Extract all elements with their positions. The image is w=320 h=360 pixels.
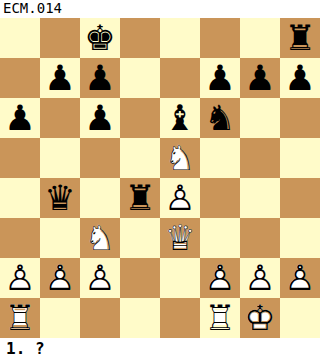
piece-white-pawn[interactable]: ♟♙ (240, 258, 280, 298)
square-d1[interactable] (120, 298, 160, 338)
square-a4[interactable] (0, 178, 40, 218)
square-g5[interactable] (240, 138, 280, 178)
piece-outline: ♙ (200, 258, 240, 298)
piece-white-queen[interactable]: ♛♕ (160, 218, 200, 258)
square-a3[interactable] (0, 218, 40, 258)
square-b6[interactable] (40, 98, 80, 138)
piece-black-bishop[interactable]: ♝ (160, 98, 200, 138)
square-g7[interactable]: ♟ (240, 58, 280, 98)
square-a5[interactable] (0, 138, 40, 178)
square-e4[interactable]: ♟♙ (160, 178, 200, 218)
square-e2[interactable] (160, 258, 200, 298)
square-d4[interactable]: ♜ (120, 178, 160, 218)
piece-outline: ♙ (280, 258, 320, 298)
piece-white-pawn[interactable]: ♟♙ (200, 258, 240, 298)
square-h1[interactable] (280, 298, 320, 338)
square-c2[interactable]: ♟♙ (80, 258, 120, 298)
square-b2[interactable]: ♟♙ (40, 258, 80, 298)
chess-board: ♚♜♟♟♟♟♟♟♟♝♞♞♘♛♜♟♙♞♘♛♕♟♙♟♙♟♙♟♙♟♙♟♙♜♖♜♖♚♔ (0, 18, 320, 338)
square-f4[interactable] (200, 178, 240, 218)
square-g8[interactable] (240, 18, 280, 58)
piece-black-pawn[interactable]: ♟ (200, 58, 240, 98)
square-g3[interactable] (240, 218, 280, 258)
piece-black-knight[interactable]: ♞ (200, 98, 240, 138)
piece-outline: ♖ (0, 298, 40, 338)
piece-white-knight[interactable]: ♞♘ (160, 138, 200, 178)
square-e8[interactable] (160, 18, 200, 58)
square-b8[interactable] (40, 18, 80, 58)
square-e6[interactable]: ♝ (160, 98, 200, 138)
square-b5[interactable] (40, 138, 80, 178)
square-h2[interactable]: ♟♙ (280, 258, 320, 298)
square-a1[interactable]: ♜♖ (0, 298, 40, 338)
square-d5[interactable] (120, 138, 160, 178)
square-h6[interactable] (280, 98, 320, 138)
square-f3[interactable] (200, 218, 240, 258)
piece-black-queen[interactable]: ♛ (40, 178, 80, 218)
square-b4[interactable]: ♛ (40, 178, 80, 218)
square-f5[interactable] (200, 138, 240, 178)
square-b1[interactable] (40, 298, 80, 338)
square-g4[interactable] (240, 178, 280, 218)
piece-black-king[interactable]: ♚ (80, 18, 120, 58)
piece-black-pawn[interactable]: ♟ (80, 98, 120, 138)
square-e1[interactable] (160, 298, 200, 338)
square-h4[interactable] (280, 178, 320, 218)
piece-outline: ♙ (40, 258, 80, 298)
piece-black-pawn[interactable]: ♟ (80, 58, 120, 98)
square-f1[interactable]: ♜♖ (200, 298, 240, 338)
square-c5[interactable] (80, 138, 120, 178)
square-b7[interactable]: ♟ (40, 58, 80, 98)
square-e3[interactable]: ♛♕ (160, 218, 200, 258)
piece-outline: ♙ (240, 258, 280, 298)
square-h3[interactable] (280, 218, 320, 258)
square-a7[interactable] (0, 58, 40, 98)
piece-white-pawn[interactable]: ♟♙ (160, 178, 200, 218)
square-d7[interactable] (120, 58, 160, 98)
square-f6[interactable]: ♞ (200, 98, 240, 138)
square-d3[interactable] (120, 218, 160, 258)
piece-outline: ♘ (160, 138, 200, 178)
square-d8[interactable] (120, 18, 160, 58)
piece-black-rook[interactable]: ♜ (120, 178, 160, 218)
piece-black-pawn[interactable]: ♟ (0, 98, 40, 138)
square-h5[interactable] (280, 138, 320, 178)
piece-outline: ♔ (240, 298, 280, 338)
piece-white-pawn[interactable]: ♟♙ (80, 258, 120, 298)
window-title: ECM.014 (0, 0, 320, 18)
square-a6[interactable]: ♟ (0, 98, 40, 138)
square-e5[interactable]: ♞♘ (160, 138, 200, 178)
square-c4[interactable] (80, 178, 120, 218)
piece-white-knight[interactable]: ♞♘ (80, 218, 120, 258)
square-c1[interactable] (80, 298, 120, 338)
piece-white-pawn[interactable]: ♟♙ (40, 258, 80, 298)
piece-white-pawn[interactable]: ♟♙ (280, 258, 320, 298)
square-c6[interactable]: ♟ (80, 98, 120, 138)
square-e7[interactable] (160, 58, 200, 98)
move-prompt: 1. ? (0, 338, 320, 360)
piece-outline: ♙ (80, 258, 120, 298)
piece-outline: ♘ (80, 218, 120, 258)
square-c7[interactable]: ♟ (80, 58, 120, 98)
square-h8[interactable]: ♜ (280, 18, 320, 58)
piece-outline: ♖ (200, 298, 240, 338)
square-d6[interactable] (120, 98, 160, 138)
piece-white-rook[interactable]: ♜♖ (200, 298, 240, 338)
piece-black-pawn[interactable]: ♟ (280, 58, 320, 98)
square-g2[interactable]: ♟♙ (240, 258, 280, 298)
square-g6[interactable] (240, 98, 280, 138)
piece-white-king[interactable]: ♚♔ (240, 298, 280, 338)
piece-white-rook[interactable]: ♜♖ (0, 298, 40, 338)
square-c3[interactable]: ♞♘ (80, 218, 120, 258)
piece-outline: ♙ (160, 178, 200, 218)
piece-black-pawn[interactable]: ♟ (240, 58, 280, 98)
square-f2[interactable]: ♟♙ (200, 258, 240, 298)
square-a2[interactable]: ♟♙ (0, 258, 40, 298)
square-g1[interactable]: ♚♔ (240, 298, 280, 338)
square-f8[interactable] (200, 18, 240, 58)
piece-outline: ♙ (0, 258, 40, 298)
piece-outline: ♕ (160, 218, 200, 258)
piece-white-pawn[interactable]: ♟♙ (0, 258, 40, 298)
square-b3[interactable] (40, 218, 80, 258)
square-f7[interactable]: ♟ (200, 58, 240, 98)
piece-black-rook[interactable]: ♜ (280, 18, 320, 58)
square-a8[interactable] (0, 18, 40, 58)
chess-window: ECM.014 ♚♜♟♟♟♟♟♟♟♝♞♞♘♛♜♟♙♞♘♛♕♟♙♟♙♟♙♟♙♟♙♟… (0, 0, 320, 360)
square-c8[interactable]: ♚ (80, 18, 120, 58)
square-d2[interactable] (120, 258, 160, 298)
piece-black-pawn[interactable]: ♟ (40, 58, 80, 98)
square-h7[interactable]: ♟ (280, 58, 320, 98)
